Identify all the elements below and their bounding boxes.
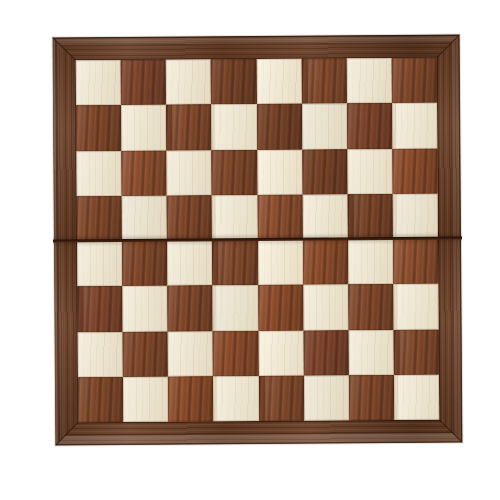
square-g1 [349, 375, 394, 421]
square-g7 [347, 103, 392, 149]
square-d1 [213, 376, 258, 422]
square-a5 [77, 196, 122, 242]
square-b6 [121, 150, 166, 196]
square-g5 [347, 194, 392, 240]
square-g4 [348, 239, 393, 285]
board-frame-top [53, 35, 460, 61]
square-b1 [123, 376, 168, 422]
product-photo-backdrop [0, 0, 500, 500]
square-b5 [122, 195, 167, 241]
square-g6 [347, 149, 392, 195]
square-h6 [392, 148, 437, 194]
square-a1 [78, 377, 123, 423]
square-h8 [392, 58, 437, 104]
square-h7 [392, 103, 437, 149]
square-h1 [394, 374, 439, 420]
square-b4 [122, 241, 167, 287]
square-e5 [257, 194, 302, 240]
square-d3 [213, 285, 258, 331]
square-g8 [346, 58, 391, 104]
square-c5 [167, 195, 212, 241]
square-f3 [303, 285, 348, 331]
square-f2 [303, 330, 348, 376]
square-h2 [394, 329, 439, 375]
square-c6 [167, 150, 212, 196]
square-d4 [212, 240, 257, 286]
square-f4 [303, 239, 348, 285]
square-e2 [258, 330, 303, 376]
square-c8 [166, 59, 211, 105]
square-f5 [302, 194, 347, 240]
square-a4 [77, 241, 122, 287]
square-c2 [168, 331, 213, 377]
square-h4 [393, 239, 438, 285]
square-d8 [211, 59, 256, 105]
square-f1 [304, 375, 349, 421]
square-b2 [123, 331, 168, 377]
square-d2 [213, 330, 258, 376]
square-d6 [212, 150, 257, 196]
square-e1 [258, 375, 303, 421]
square-c1 [168, 376, 213, 422]
square-d5 [212, 195, 257, 241]
square-f8 [301, 58, 346, 104]
square-a7 [76, 105, 121, 151]
square-g2 [348, 330, 393, 376]
square-a8 [76, 60, 121, 106]
board-frame-bottom [55, 420, 462, 446]
square-e3 [258, 285, 303, 331]
square-f6 [302, 149, 347, 195]
square-h5 [393, 193, 438, 239]
square-f7 [302, 104, 347, 150]
square-c3 [168, 286, 213, 332]
square-c7 [166, 105, 211, 151]
chess-board [53, 35, 463, 446]
square-d7 [211, 104, 256, 150]
square-a3 [77, 286, 122, 332]
square-h3 [393, 284, 438, 330]
square-a2 [78, 331, 123, 377]
square-b3 [122, 286, 167, 332]
square-a6 [76, 150, 121, 196]
square-g3 [348, 284, 393, 330]
square-b7 [121, 105, 166, 151]
square-b8 [121, 60, 166, 106]
square-e4 [258, 240, 303, 286]
square-e6 [257, 149, 302, 195]
square-e8 [256, 59, 301, 105]
square-e7 [257, 104, 302, 150]
square-c4 [167, 240, 212, 286]
